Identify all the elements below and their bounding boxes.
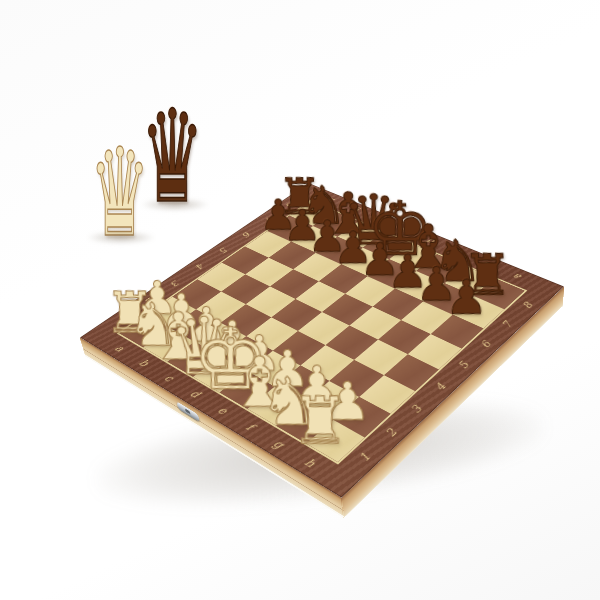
white-rook-h1: ♜	[268, 385, 372, 457]
coordinate-label-1: 1	[356, 451, 374, 464]
coordinate-label-2: 2	[382, 427, 400, 439]
coordinate-label-8: 8	[519, 301, 535, 310]
coordinate-label-6: 6	[477, 340, 494, 350]
coordinate-label-5: 5	[455, 360, 472, 370]
black-pawn-h7: ♟	[421, 271, 512, 325]
coordinate-label-5: 5	[217, 246, 231, 254]
spare-black-queen-shadow	[140, 198, 210, 211]
spare-white-queen-shadow	[86, 231, 156, 244]
coordinate-label-3: 3	[407, 404, 425, 415]
coordinate-label-4: 4	[432, 381, 450, 392]
coordinate-label-4: 4	[193, 262, 207, 270]
product-photo: abcdefgh abcdefgh 87654321 87654321 ♜♞♝♛…	[0, 0, 600, 600]
coordinate-label-7: 7	[499, 320, 516, 330]
photo-rotation-wrapper: abcdefgh abcdefgh 87654321 87654321 ♜♞♝♛…	[0, 0, 600, 600]
coordinate-label-h: h	[301, 456, 319, 470]
